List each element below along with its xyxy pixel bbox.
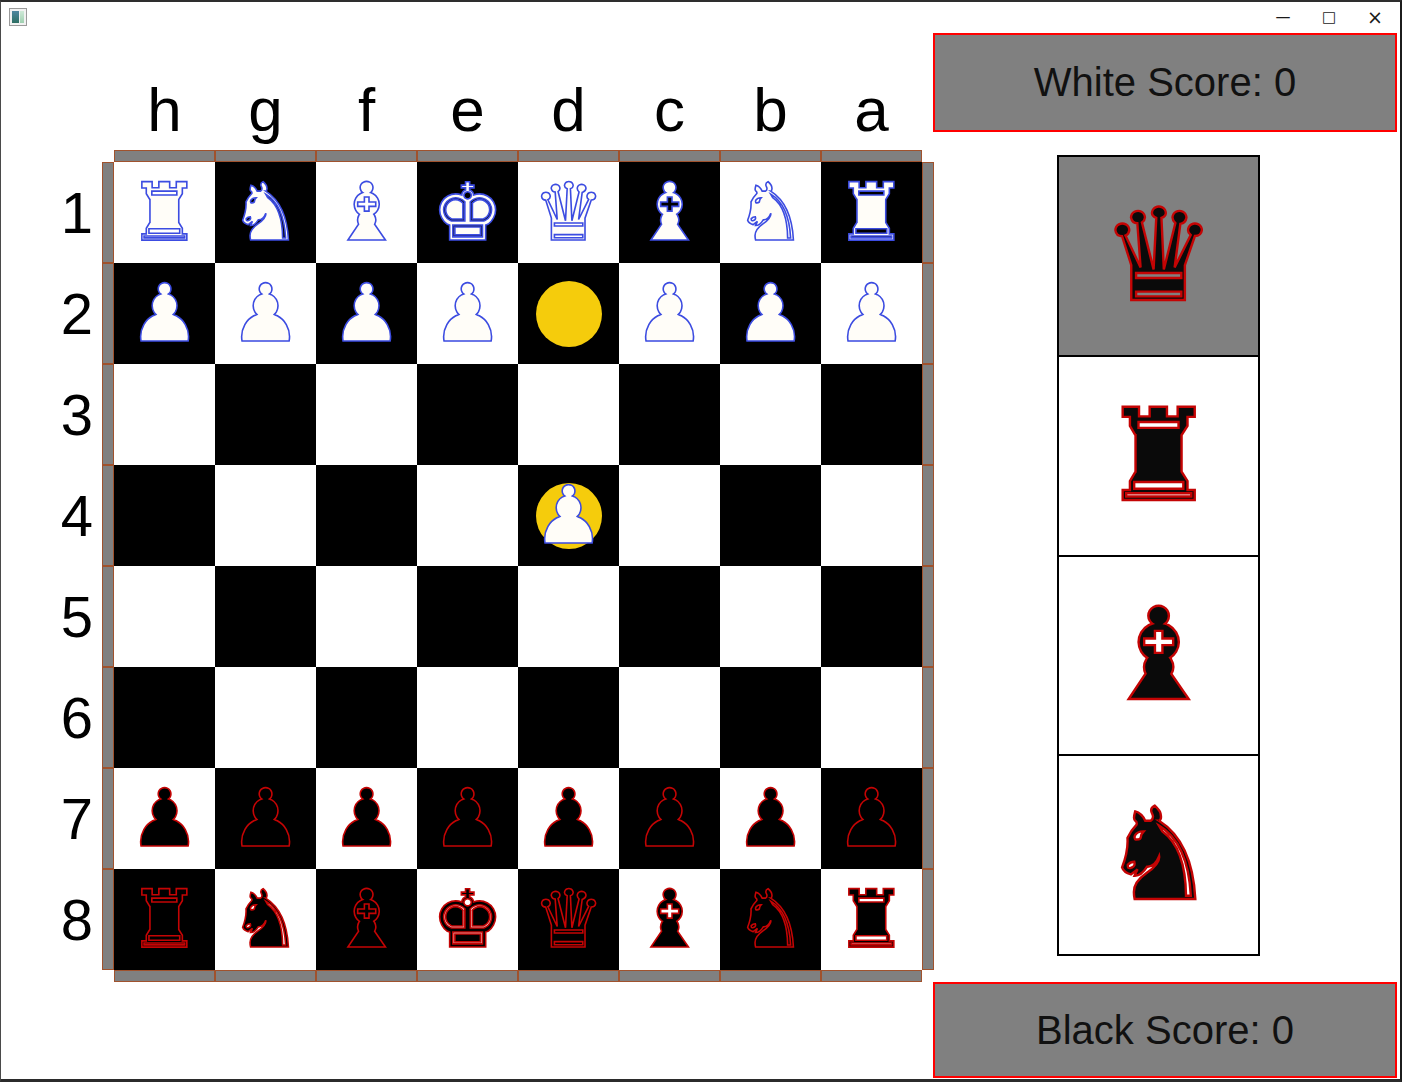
board-frame-top-segment	[720, 150, 821, 162]
board-frame-right-segment	[922, 869, 934, 970]
piece-wP-d4[interactable]: ♟	[533, 465, 605, 566]
rank-label-8: 8	[45, 869, 97, 970]
square-d6[interactable]	[518, 667, 619, 768]
square-g4[interactable]	[215, 465, 316, 566]
square-e7[interactable]: ♟	[417, 768, 518, 869]
piece-wP-b2[interactable]: ♟	[735, 263, 807, 364]
piece-bP-f7[interactable]: ♟	[331, 768, 403, 869]
piece-wP-e2[interactable]: ♟	[432, 263, 504, 364]
square-g2[interactable]: ♟	[215, 263, 316, 364]
board-frame-right-segment	[922, 263, 934, 364]
square-h2[interactable]: ♟	[114, 263, 215, 364]
piece-wP-g2[interactable]: ♟	[230, 263, 302, 364]
board-frame-left-segment	[102, 667, 114, 768]
file-label-d: d	[518, 74, 619, 146]
square-g8[interactable]: ♞	[215, 869, 316, 970]
piece-wN-g1[interactable]: ♞	[230, 162, 302, 263]
promotion-option-R[interactable]: ♜	[1059, 357, 1258, 557]
white-score-panel: White Score: 0	[933, 33, 1397, 132]
square-f4[interactable]	[316, 465, 417, 566]
piece-wB-f1[interactable]: ♝	[331, 162, 403, 263]
square-g3[interactable]	[215, 364, 316, 465]
square-e6[interactable]	[417, 667, 518, 768]
square-c2[interactable]: ♟	[619, 263, 720, 364]
board-frame-right-segment	[922, 667, 934, 768]
board-frame-top-segment	[114, 150, 215, 162]
file-label-g: g	[215, 74, 316, 146]
square-c1[interactable]: ♝	[619, 162, 720, 263]
square-a8[interactable]: ♜	[821, 869, 922, 970]
title-bar: — □ ×	[1, 2, 1400, 32]
square-a3[interactable]	[821, 364, 922, 465]
board-frame-bottom-segment	[518, 970, 619, 982]
promotion-piece-Q-icon: ♛	[1101, 192, 1216, 320]
board-frame-bottom-segment	[821, 970, 922, 982]
piece-bP-d7[interactable]: ♟	[533, 768, 605, 869]
square-f5[interactable]	[316, 566, 417, 667]
piece-bK-e8[interactable]: ♚	[432, 869, 504, 970]
square-d8[interactable]: ♛	[518, 869, 619, 970]
piece-wP-h2[interactable]: ♟	[129, 263, 201, 364]
square-b1[interactable]: ♞	[720, 162, 821, 263]
square-a6[interactable]	[821, 667, 922, 768]
close-button[interactable]: ×	[1360, 2, 1390, 32]
square-d4[interactable]: ♟	[518, 465, 619, 566]
piece-bR-h8[interactable]: ♜	[129, 869, 201, 970]
square-h4[interactable]	[114, 465, 215, 566]
piece-bP-a7[interactable]: ♟	[836, 768, 908, 869]
board-frame-left-segment	[102, 566, 114, 667]
board-frame-left-segment	[102, 364, 114, 465]
promotion-piece-N-icon: ♞	[1101, 791, 1216, 919]
square-b6[interactable]	[720, 667, 821, 768]
file-label-f: f	[316, 74, 417, 146]
rank-label-5: 5	[45, 566, 97, 667]
board-frame-top-segment	[316, 150, 417, 162]
square-c4[interactable]	[619, 465, 720, 566]
square-h8[interactable]: ♜	[114, 869, 215, 970]
chess-board: ♜♞♝♚♛♝♞♜♟♟♟♟♟♟♟♟♟♟♟♟♟♟♟♟♜♞♝♚♛♝♞♜	[102, 150, 934, 982]
square-b4[interactable]	[720, 465, 821, 566]
board-frame-top-segment	[821, 150, 922, 162]
board-frame-bottom-segment	[316, 970, 417, 982]
promotion-piece-B-icon: ♝	[1101, 591, 1216, 719]
square-b3[interactable]	[720, 364, 821, 465]
app-icon-pane-left	[12, 11, 19, 23]
square-a4[interactable]	[821, 465, 922, 566]
square-g7[interactable]: ♟	[215, 768, 316, 869]
minimize-button[interactable]: —	[1268, 2, 1298, 32]
square-c6[interactable]	[619, 667, 720, 768]
piece-bP-b7[interactable]: ♟	[735, 768, 807, 869]
board-frame-right-segment	[922, 162, 934, 263]
piece-wR-a1[interactable]: ♜	[836, 162, 908, 263]
square-f6[interactable]	[316, 667, 417, 768]
square-f8[interactable]: ♝	[316, 869, 417, 970]
square-e3[interactable]	[417, 364, 518, 465]
square-a5[interactable]	[821, 566, 922, 667]
square-e4[interactable]	[417, 465, 518, 566]
square-b7[interactable]: ♟	[720, 768, 821, 869]
square-c8[interactable]: ♝	[619, 869, 720, 970]
board-frame-right-segment	[922, 364, 934, 465]
board-frame-left-segment	[102, 869, 114, 970]
piece-bB-c8[interactable]: ♝	[634, 869, 706, 970]
rank-label-3: 3	[45, 364, 97, 465]
square-g6[interactable]	[215, 667, 316, 768]
square-f1[interactable]: ♝	[316, 162, 417, 263]
square-d5[interactable]	[518, 566, 619, 667]
piece-bB-f8[interactable]: ♝	[331, 869, 403, 970]
piece-bN-b8[interactable]: ♞	[735, 869, 807, 970]
piece-wQ-d1[interactable]: ♛	[533, 162, 605, 263]
square-d1[interactable]: ♛	[518, 162, 619, 263]
file-label-e: e	[417, 74, 518, 146]
piece-wR-h1[interactable]: ♜	[129, 162, 201, 263]
board-frame-right-segment	[922, 465, 934, 566]
square-f3[interactable]	[316, 364, 417, 465]
board-frame-bottom-segment	[417, 970, 518, 982]
piece-bQ-d8[interactable]: ♛	[533, 869, 605, 970]
board-frame-top-segment	[619, 150, 720, 162]
square-d3[interactable]	[518, 364, 619, 465]
promotion-option-Q[interactable]: ♛	[1059, 157, 1258, 357]
file-label-c: c	[619, 74, 720, 146]
board-frame-bottom-segment	[215, 970, 316, 982]
board-frame-right-segment	[922, 566, 934, 667]
square-g1[interactable]: ♞	[215, 162, 316, 263]
board-frame-bottom-segment	[619, 970, 720, 982]
square-c3[interactable]	[619, 364, 720, 465]
rank-label-1: 1	[45, 162, 97, 263]
square-b8[interactable]: ♞	[720, 869, 821, 970]
piece-wP-c2[interactable]: ♟	[634, 263, 706, 364]
piece-bP-g7[interactable]: ♟	[230, 768, 302, 869]
highlight-circle-d2	[536, 281, 602, 347]
app-icon-pane-right	[20, 11, 24, 23]
piece-bR-a8[interactable]: ♜	[836, 869, 908, 970]
square-e5[interactable]	[417, 566, 518, 667]
square-h5[interactable]	[114, 566, 215, 667]
piece-wN-b1[interactable]: ♞	[735, 162, 807, 263]
promotion-option-B[interactable]: ♝	[1059, 557, 1258, 757]
board-frame-top-segment	[417, 150, 518, 162]
piece-bP-e7[interactable]: ♟	[432, 768, 504, 869]
window-controls: — □ ×	[1268, 2, 1390, 32]
square-a1[interactable]: ♜	[821, 162, 922, 263]
file-label-b: b	[720, 74, 821, 146]
rank-label-4: 4	[45, 465, 97, 566]
piece-wP-f2[interactable]: ♟	[331, 263, 403, 364]
square-h6[interactable]	[114, 667, 215, 768]
square-h7[interactable]: ♟	[114, 768, 215, 869]
piece-wK-e1[interactable]: ♚	[432, 162, 504, 263]
square-e2[interactable]: ♟	[417, 263, 518, 364]
square-h1[interactable]: ♜	[114, 162, 215, 263]
maximize-button[interactable]: □	[1314, 2, 1344, 32]
square-b5[interactable]	[720, 566, 821, 667]
file-label-a: a	[821, 74, 922, 146]
square-e1[interactable]: ♚	[417, 162, 518, 263]
board-frame-right-segment	[922, 768, 934, 869]
rank-label-7: 7	[45, 768, 97, 869]
square-d2[interactable]	[518, 263, 619, 364]
square-a7[interactable]: ♟	[821, 768, 922, 869]
board-frame-left-segment	[102, 162, 114, 263]
board-frame-bottom-segment	[720, 970, 821, 982]
piece-wP-a2[interactable]: ♟	[836, 263, 908, 364]
square-c5[interactable]	[619, 566, 720, 667]
chess-app-window: — □ × hgfedcba 12345678 ♜♞♝♚♛♝♞♜♟♟♟♟♟♟♟♟…	[0, 0, 1402, 1082]
rank-label-6: 6	[45, 667, 97, 768]
rank-label-2: 2	[45, 263, 97, 364]
piece-bP-h7[interactable]: ♟	[129, 768, 201, 869]
promotion-piece-panel: ♛♜♝♞	[1057, 155, 1260, 956]
promotion-piece-R-icon: ♜	[1101, 392, 1216, 520]
piece-bN-g8[interactable]: ♞	[230, 869, 302, 970]
black-score-panel: Black Score: 0	[933, 982, 1397, 1078]
square-a2[interactable]: ♟	[821, 263, 922, 364]
square-h3[interactable]	[114, 364, 215, 465]
square-c7[interactable]: ♟	[619, 768, 720, 869]
board-frame-top-segment	[215, 150, 316, 162]
promotion-option-N[interactable]: ♞	[1059, 756, 1258, 954]
board-frame-bottom-segment	[114, 970, 215, 982]
board-frame-top-segment	[518, 150, 619, 162]
board-frame-left-segment	[102, 465, 114, 566]
square-f2[interactable]: ♟	[316, 263, 417, 364]
square-g5[interactable]	[215, 566, 316, 667]
app-icon	[9, 8, 27, 26]
square-b2[interactable]: ♟	[720, 263, 821, 364]
piece-wB-c1[interactable]: ♝	[634, 162, 706, 263]
square-f7[interactable]: ♟	[316, 768, 417, 869]
square-d7[interactable]: ♟	[518, 768, 619, 869]
board-frame-left-segment	[102, 263, 114, 364]
square-e8[interactable]: ♚	[417, 869, 518, 970]
file-label-h: h	[114, 74, 215, 146]
piece-bP-c7[interactable]: ♟	[634, 768, 706, 869]
board-frame-left-segment	[102, 768, 114, 869]
